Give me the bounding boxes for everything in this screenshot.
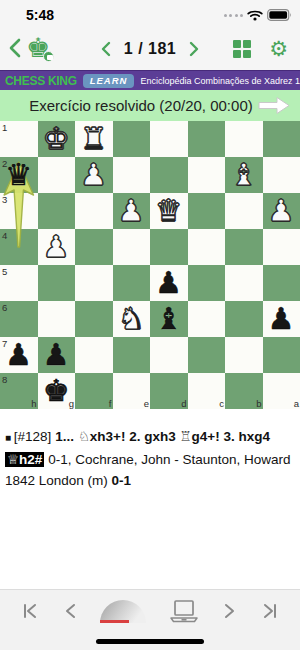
square-c6[interactable] — [188, 301, 226, 337]
black-pawn-a6[interactable]: ♟ — [263, 301, 301, 337]
square-c5[interactable] — [188, 265, 226, 301]
skip-to-end-button[interactable] — [259, 601, 279, 621]
file-label: g — [69, 398, 74, 409]
rank-label: 3 — [2, 194, 7, 205]
square-f4[interactable] — [75, 229, 113, 265]
square-b2[interactable]: ♝ — [225, 157, 263, 193]
black-bishop-d6[interactable]: ♝ — [150, 301, 188, 337]
square-h1[interactable]: 1 — [0, 121, 38, 157]
square-e3[interactable]: ♟ — [113, 193, 151, 229]
white-king-g1[interactable]: ♚ — [38, 121, 76, 157]
square-c2[interactable] — [188, 157, 226, 193]
square-c1[interactable] — [188, 121, 226, 157]
course-title: Enciclopédia Combinações de Xadrez 1 - I… — [140, 76, 300, 86]
nav-bar: ♚ 1 / 181 ⚙ — [0, 28, 300, 70]
square-a4[interactable] — [263, 229, 301, 265]
next-move-button[interactable] — [221, 601, 237, 621]
square-g2[interactable] — [38, 157, 76, 193]
black-pawn-d5[interactable]: ♟ — [150, 265, 188, 301]
square-e8[interactable]: e — [113, 373, 151, 409]
square-e7[interactable] — [113, 337, 151, 373]
square-c4[interactable] — [188, 229, 226, 265]
exercise-status-banner: Exercício resolvido (20/20, 00:00) — [0, 90, 300, 121]
square-g6[interactable] — [38, 301, 76, 337]
square-g1[interactable]: ♚ — [38, 121, 76, 157]
square-d6[interactable]: ♝ — [150, 301, 188, 337]
square-b6[interactable] — [225, 301, 263, 337]
square-f7[interactable] — [75, 337, 113, 373]
move-text[interactable]: 3. hxg4 — [223, 429, 270, 444]
chess-board: 1♚♜2♛♟♝3♟♛♟4♟5♟6♞♝♟7♟♟8hg♚fedcba — [0, 121, 300, 409]
square-e1[interactable] — [113, 121, 151, 157]
square-g5[interactable] — [38, 265, 76, 301]
square-f1[interactable]: ♜ — [75, 121, 113, 157]
square-f8[interactable]: f — [75, 373, 113, 409]
file-label: c — [219, 398, 224, 409]
square-a6[interactable]: ♟ — [263, 301, 301, 337]
move-text[interactable]: ♘xh3+! — [78, 429, 130, 444]
square-e5[interactable] — [113, 265, 151, 301]
status-icons — [224, 9, 293, 21]
square-a3[interactable]: ♟ — [263, 193, 301, 229]
cellular-signal-icon — [224, 14, 244, 17]
previous-move-button[interactable] — [63, 601, 79, 621]
square-d2[interactable] — [150, 157, 188, 193]
white-bishop-b2[interactable]: ♝ — [225, 157, 263, 193]
skip-to-start-button[interactable] — [21, 601, 41, 621]
file-label: a — [294, 398, 299, 409]
square-e6[interactable]: ♞ — [113, 301, 151, 337]
square-b1[interactable] — [225, 121, 263, 157]
square-g8[interactable]: g♚ — [38, 373, 76, 409]
battery-icon — [267, 9, 292, 21]
square-c8[interactable]: c — [188, 373, 226, 409]
square-a2[interactable] — [263, 157, 301, 193]
move-text[interactable]: 1... — [55, 429, 78, 444]
next-exercise-chevron[interactable] — [188, 40, 200, 58]
square-g3[interactable] — [38, 193, 76, 229]
white-pawn-e3[interactable]: ♟ — [113, 193, 151, 229]
progress-gauge-icon[interactable] — [100, 600, 146, 623]
white-knight-e6[interactable]: ♞ — [113, 301, 151, 337]
square-d8[interactable]: d — [150, 373, 188, 409]
square-e4[interactable] — [113, 229, 151, 265]
annotation-text: ■ — [5, 432, 14, 443]
rank-label: 1 — [2, 122, 7, 133]
brand-banner[interactable]: CHESS KING LEARN Enciclopédia Combinaçõe… — [0, 70, 300, 90]
file-label: b — [256, 398, 261, 409]
square-h3[interactable]: 3 — [0, 193, 38, 229]
annotation-text: 0-1, Cochrane, John - Staunton, Howard 1… — [5, 452, 291, 489]
square-a1[interactable] — [263, 121, 301, 157]
square-b3[interactable] — [225, 193, 263, 229]
move-text[interactable]: ♖g4+! — [179, 429, 223, 444]
annotation-text: [#128] — [14, 429, 55, 444]
square-g7[interactable]: ♟ — [38, 337, 76, 373]
white-pawn-f2[interactable]: ♟ — [75, 157, 113, 193]
exercise-grid-icon[interactable] — [233, 40, 251, 58]
rank-label: 5 — [2, 266, 7, 277]
brand-name: CHESS KING — [5, 74, 77, 88]
move-text[interactable]: 0-1 — [112, 473, 132, 488]
rank-label: 8 — [2, 374, 7, 385]
square-g4[interactable]: ♟ — [38, 229, 76, 265]
square-h2[interactable]: 2♛ — [0, 157, 38, 193]
square-d7[interactable] — [150, 337, 188, 373]
next-exercise-arrow-icon[interactable] — [256, 96, 292, 115]
status-bar: 5:48 — [0, 0, 300, 28]
square-a8[interactable]: a — [263, 373, 301, 409]
white-rook-f1[interactable]: ♜ — [75, 121, 113, 157]
square-b4[interactable] — [225, 229, 263, 265]
square-h5[interactable]: 5 — [0, 265, 38, 301]
black-pawn-g7[interactable]: ♟ — [38, 337, 76, 373]
learn-label: LEARN — [83, 74, 135, 88]
rank-label: 7 — [2, 338, 7, 349]
square-f2[interactable]: ♟ — [75, 157, 113, 193]
exercise-counter: 1 / 181 — [124, 40, 176, 58]
rank-label: 4 — [2, 230, 7, 241]
square-d5[interactable]: ♟ — [150, 265, 188, 301]
square-h7[interactable]: 7♟ — [0, 337, 38, 373]
square-h8[interactable]: 8h — [0, 373, 38, 409]
square-f6[interactable] — [75, 301, 113, 337]
app-screen: 5:48 ♚ 1 / 181 — [0, 0, 300, 650]
square-a5[interactable] — [263, 265, 301, 301]
clock-time: 5:48 — [26, 7, 54, 23]
move-annotation: ■ [#128] 1... ♘xh3+! 2. gxh3 ♖g4+! 3. hx… — [0, 409, 300, 492]
rank-label: 2 — [2, 158, 7, 169]
previous-exercise-chevron[interactable] — [100, 40, 112, 58]
wifi-icon — [247, 9, 263, 21]
square-f5[interactable] — [75, 265, 113, 301]
square-a7[interactable] — [263, 337, 301, 373]
bottom-toolbar — [0, 589, 300, 650]
exercise-status-text: Exercício resolvido (20/20, 00:00) — [29, 97, 252, 114]
square-d3[interactable]: ♛ — [150, 193, 188, 229]
file-label: h — [31, 398, 36, 409]
square-h4[interactable]: 4 — [0, 229, 38, 265]
square-e2[interactable] — [113, 157, 151, 193]
square-f3[interactable] — [75, 193, 113, 229]
square-b5[interactable] — [225, 265, 263, 301]
current-move-chip[interactable]: ♕h2# — [5, 452, 44, 467]
rank-label: 6 — [2, 302, 7, 313]
square-h6[interactable]: 6 — [0, 301, 38, 337]
square-d1[interactable] — [150, 121, 188, 157]
home-indicator[interactable] — [96, 639, 204, 644]
white-queen-d3[interactable]: ♛ — [150, 193, 188, 229]
settings-gear-icon[interactable]: ⚙ — [269, 39, 288, 60]
square-b7[interactable] — [225, 337, 263, 373]
square-c3[interactable] — [188, 193, 226, 229]
file-label: e — [144, 398, 149, 409]
square-b8[interactable]: b — [225, 373, 263, 409]
move-text[interactable]: 2. gxh3 — [129, 429, 179, 444]
square-d4[interactable] — [150, 229, 188, 265]
white-pawn-a3[interactable]: ♟ — [263, 193, 301, 229]
file-label: d — [181, 398, 186, 409]
square-c7[interactable] — [188, 337, 226, 373]
file-label: f — [109, 398, 112, 409]
computer-analysis-button[interactable] — [168, 598, 200, 624]
white-pawn-g4[interactable]: ♟ — [38, 229, 76, 265]
